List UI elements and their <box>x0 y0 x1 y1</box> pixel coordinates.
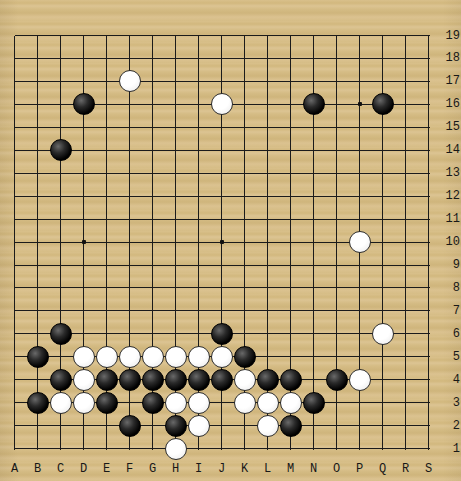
row-label-4: 4 <box>436 373 460 387</box>
white-stone-G5 <box>142 346 164 368</box>
column-label-Q: Q <box>373 462 393 476</box>
grid-line-horizontal <box>15 81 430 82</box>
column-label-M: M <box>281 462 301 476</box>
white-stone-I2 <box>188 415 210 437</box>
column-label-G: G <box>143 462 163 476</box>
black-stone-C4 <box>50 369 72 391</box>
black-stone-K5 <box>234 346 256 368</box>
column-label-R: R <box>396 462 416 476</box>
black-stone-G3 <box>142 392 164 414</box>
black-stone-H2 <box>165 415 187 437</box>
row-label-5: 5 <box>436 350 460 364</box>
grid-line-vertical <box>14 36 15 450</box>
go-board[interactable]: ABCDEFGHIJKLMNOPQRS191817161514131211109… <box>0 0 461 481</box>
column-label-J: J <box>212 462 232 476</box>
black-stone-M2 <box>280 415 302 437</box>
black-stone-M4 <box>280 369 302 391</box>
black-stone-J4 <box>211 369 233 391</box>
white-stone-D4 <box>73 369 95 391</box>
grid-line-horizontal <box>15 127 430 128</box>
grid-line-horizontal <box>15 219 430 220</box>
white-stone-K4 <box>234 369 256 391</box>
black-stone-D16 <box>73 93 95 115</box>
white-stone-P4 <box>349 369 371 391</box>
column-label-C: C <box>51 462 71 476</box>
white-stone-J16 <box>211 93 233 115</box>
column-label-A: A <box>5 462 25 476</box>
column-label-K: K <box>235 462 255 476</box>
white-stone-C3 <box>50 392 72 414</box>
white-stone-P10 <box>349 231 371 253</box>
grid-line-horizontal <box>15 265 430 266</box>
column-label-L: L <box>258 462 278 476</box>
grid-line-horizontal <box>15 448 430 449</box>
white-stone-F5 <box>119 346 141 368</box>
row-label-11: 11 <box>436 212 460 226</box>
grid-line-horizontal <box>15 35 430 36</box>
grid-line-horizontal <box>15 173 430 174</box>
row-label-1: 1 <box>436 442 460 456</box>
row-label-14: 14 <box>436 143 460 157</box>
row-label-10: 10 <box>436 235 460 249</box>
column-label-N: N <box>304 462 324 476</box>
black-stone-N16 <box>303 93 325 115</box>
white-stone-E5 <box>96 346 118 368</box>
star-point <box>82 240 86 244</box>
black-stone-L4 <box>257 369 279 391</box>
column-label-H: H <box>166 462 186 476</box>
black-stone-F4 <box>119 369 141 391</box>
row-label-9: 9 <box>436 258 460 272</box>
white-stone-H5 <box>165 346 187 368</box>
black-stone-F2 <box>119 415 141 437</box>
column-label-P: P <box>350 462 370 476</box>
row-label-13: 13 <box>436 166 460 180</box>
row-label-3: 3 <box>436 396 460 410</box>
white-stone-D5 <box>73 346 95 368</box>
column-label-D: D <box>74 462 94 476</box>
black-stone-N3 <box>303 392 325 414</box>
row-label-15: 15 <box>436 120 460 134</box>
white-stone-M3 <box>280 392 302 414</box>
white-stone-Q6 <box>372 323 394 345</box>
white-stone-L2 <box>257 415 279 437</box>
black-stone-E3 <box>96 392 118 414</box>
black-stone-E4 <box>96 369 118 391</box>
column-label-S: S <box>419 462 439 476</box>
black-stone-J6 <box>211 323 233 345</box>
column-label-E: E <box>97 462 117 476</box>
row-label-2: 2 <box>436 419 460 433</box>
row-label-18: 18 <box>436 51 460 65</box>
black-stone-O4 <box>326 369 348 391</box>
column-label-B: B <box>28 462 48 476</box>
column-label-O: O <box>327 462 347 476</box>
row-label-7: 7 <box>436 304 460 318</box>
star-point <box>220 240 224 244</box>
grid-line-vertical <box>405 36 406 450</box>
white-stone-K3 <box>234 392 256 414</box>
black-stone-G4 <box>142 369 164 391</box>
white-stone-I5 <box>188 346 210 368</box>
black-stone-H4 <box>165 369 187 391</box>
white-stone-J5 <box>211 346 233 368</box>
grid-line-horizontal <box>15 425 430 426</box>
white-stone-H1 <box>165 438 187 460</box>
black-stone-C6 <box>50 323 72 345</box>
row-label-12: 12 <box>436 189 460 203</box>
grid-line-vertical <box>37 36 38 450</box>
column-label-I: I <box>189 462 209 476</box>
black-stone-B5 <box>27 346 49 368</box>
white-stone-L3 <box>257 392 279 414</box>
grid-line-horizontal <box>15 196 430 197</box>
grid-line-horizontal <box>15 287 430 288</box>
white-stone-D3 <box>73 392 95 414</box>
white-stone-H3 <box>165 392 187 414</box>
row-label-6: 6 <box>436 327 460 341</box>
row-label-19: 19 <box>436 29 460 43</box>
black-stone-Q16 <box>372 93 394 115</box>
grid-line-horizontal <box>15 310 430 311</box>
row-label-17: 17 <box>436 74 460 88</box>
column-label-F: F <box>120 462 140 476</box>
grid-line-horizontal <box>15 150 430 151</box>
row-label-8: 8 <box>436 281 460 295</box>
black-stone-C14 <box>50 139 72 161</box>
row-label-16: 16 <box>436 97 460 111</box>
black-stone-B3 <box>27 392 49 414</box>
star-point <box>358 102 362 106</box>
grid-line-horizontal <box>15 58 430 59</box>
black-stone-I4 <box>188 369 210 391</box>
white-stone-I3 <box>188 392 210 414</box>
grid-line-vertical <box>428 36 429 450</box>
white-stone-F17 <box>119 70 141 92</box>
